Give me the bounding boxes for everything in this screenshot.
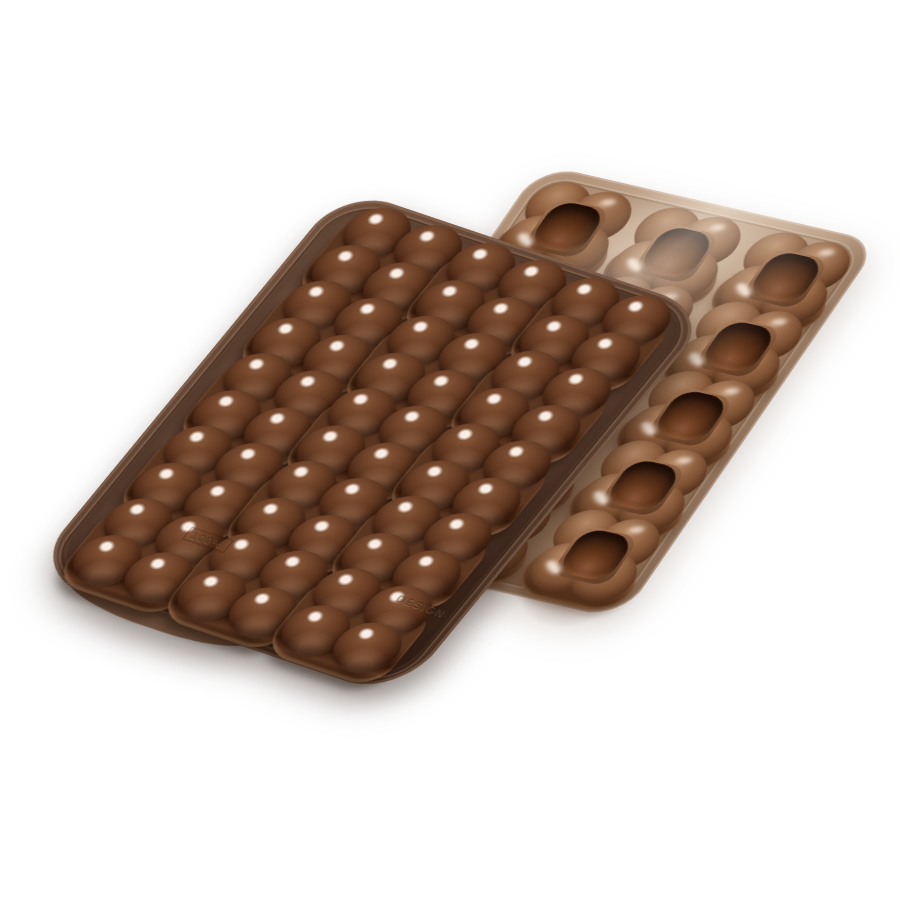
product-photo: 100% DESIGN [0,0,900,900]
